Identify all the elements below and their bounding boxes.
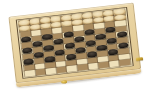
board-cell	[35, 69, 46, 76]
board-cell	[67, 65, 78, 72]
board-cell	[77, 64, 88, 71]
board-grid	[19, 9, 131, 77]
board-play-area	[16, 7, 134, 79]
product-photo	[0, 0, 150, 93]
board-cell	[88, 63, 99, 70]
brass-clasp	[136, 57, 143, 61]
board-cell	[98, 62, 109, 69]
checkers-board	[8, 3, 141, 88]
board-cell	[56, 66, 67, 73]
board-cell	[109, 60, 120, 67]
board-cell	[119, 59, 130, 66]
board-cell	[25, 70, 36, 77]
board-cell	[46, 68, 57, 75]
